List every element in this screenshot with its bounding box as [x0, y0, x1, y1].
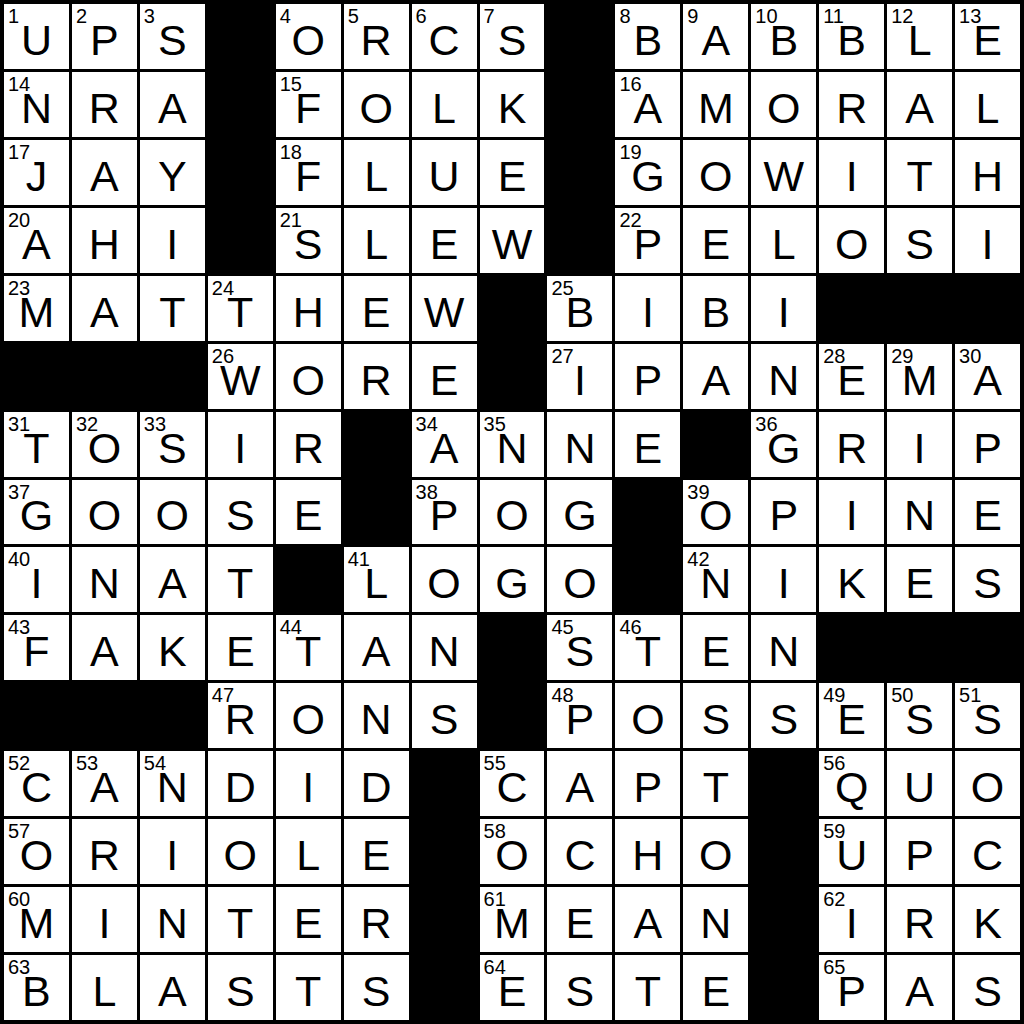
cell-letter: E [344, 834, 409, 877]
cell-r9c7[interactable]: O [412, 547, 477, 612]
cell-r10c2[interactable]: A [72, 615, 137, 680]
cell-r4c14[interactable]: S [887, 208, 952, 273]
cell-r9c1[interactable]: 40I [4, 547, 69, 612]
cell-r12c4[interactable]: D [208, 751, 273, 816]
cell-letter: O [683, 155, 748, 198]
cell-r13c9[interactable]: C [547, 819, 612, 884]
cell-letter: E [955, 494, 1020, 537]
cell-letter: P [955, 427, 1020, 470]
cell-letter: R [344, 19, 409, 62]
cell-letter: A [72, 291, 137, 334]
cell-letter: C [955, 834, 1020, 877]
cell-r15c14[interactable]: A [887, 955, 952, 1020]
cell-r9c2[interactable]: N [72, 547, 137, 612]
cell-letter: T [140, 291, 205, 334]
cell-r5c3[interactable]: T [140, 276, 205, 341]
cell-r13c4[interactable]: O [208, 819, 273, 884]
cell-r15c4[interactable]: S [208, 955, 273, 1020]
block-cell-r13c12 [751, 819, 816, 884]
block-cell-r12c7 [412, 751, 477, 816]
cell-r7c3[interactable]: 33S [140, 412, 205, 477]
cell-r2c11[interactable]: M [683, 72, 748, 137]
block-cell-r4c9 [547, 208, 612, 273]
cell-letter: S [955, 562, 1020, 605]
cell-r9c3[interactable]: A [140, 547, 205, 612]
cell-r11c5[interactable]: O [276, 683, 341, 748]
cell-r5c12[interactable]: I [751, 276, 816, 341]
cell-r5c6[interactable]: E [344, 276, 409, 341]
cell-letter: U [819, 834, 884, 877]
cell-r13c14[interactable]: P [887, 819, 952, 884]
cell-r15c6[interactable]: S [344, 955, 409, 1020]
cell-r5c5[interactable]: H [276, 276, 341, 341]
cell-r10c3[interactable]: K [140, 615, 205, 680]
cell-r1c14[interactable]: 12L [887, 4, 952, 69]
block-cell-r3c4 [208, 140, 273, 205]
cell-r13c3[interactable]: I [140, 819, 205, 884]
cell-letter: S [344, 970, 409, 1013]
cell-letter: P [615, 223, 680, 266]
cell-letter: A [72, 766, 137, 809]
cell-letter: E [344, 291, 409, 334]
cell-letter: M [4, 291, 69, 334]
cell-letter: N [751, 630, 816, 673]
cell-r7c9[interactable]: N [547, 412, 612, 477]
cell-letter: E [412, 359, 477, 402]
cell-letter: T [276, 630, 341, 673]
cell-letter: K [480, 87, 545, 130]
cell-letter: A [72, 155, 137, 198]
cell-letter: P [887, 834, 952, 877]
cell-letter: D [208, 766, 273, 809]
cell-letter: L [276, 834, 341, 877]
cell-letter: K [955, 902, 1020, 945]
cell-letter: W [480, 223, 545, 266]
cell-r1c5[interactable]: 4O [276, 4, 341, 69]
cell-r9c12[interactable]: I [751, 547, 816, 612]
cell-r7c14[interactable]: I [887, 412, 952, 477]
cell-r2c5[interactable]: 15F [276, 72, 341, 137]
cell-r10c5[interactable]: 44T [276, 615, 341, 680]
cell-letter: A [615, 902, 680, 945]
block-cell-r11c8 [480, 683, 545, 748]
cell-r8c4[interactable]: S [208, 480, 273, 545]
cell-letter: I [140, 223, 205, 266]
cell-r3c10[interactable]: 19G [615, 140, 680, 205]
cell-r3c6[interactable]: L [344, 140, 409, 205]
cell-r6c10[interactable]: P [615, 344, 680, 409]
cell-r13c2[interactable]: R [72, 819, 137, 884]
block-cell-r14c7 [412, 887, 477, 952]
cell-r1c8[interactable]: 7S [480, 4, 545, 69]
cell-r8c7[interactable]: 38P [412, 480, 477, 545]
cell-r13c6[interactable]: E [344, 819, 409, 884]
cell-r11c4[interactable]: 47R [208, 683, 273, 748]
cell-r1c7[interactable]: 6C [412, 4, 477, 69]
cell-r9c13[interactable]: K [819, 547, 884, 612]
cell-r12c5[interactable]: I [276, 751, 341, 816]
cell-r5c11[interactable]: B [683, 276, 748, 341]
cell-r1c6[interactable]: 5R [344, 4, 409, 69]
cell-letter: L [344, 562, 409, 605]
cell-letter: N [4, 87, 69, 130]
cell-r13c5[interactable]: L [276, 819, 341, 884]
cell-r9c8[interactable]: G [480, 547, 545, 612]
cell-letter: H [615, 834, 680, 877]
cell-r8c12[interactable]: P [751, 480, 816, 545]
cell-letter: N [140, 902, 205, 945]
cell-r14c15[interactable]: K [955, 887, 1020, 952]
cell-r13c8[interactable]: 58O [480, 819, 545, 884]
cell-r3c3[interactable]: Y [140, 140, 205, 205]
cell-r8c5[interactable]: E [276, 480, 341, 545]
cell-letter: A [140, 562, 205, 605]
cell-r10c10[interactable]: 46T [615, 615, 680, 680]
cell-r6c4[interactable]: 26W [208, 344, 273, 409]
cell-r2c13[interactable]: R [819, 72, 884, 137]
cell-r3c1[interactable]: 17J [4, 140, 69, 205]
cell-letter: P [72, 19, 137, 62]
cell-r14c14[interactable]: R [887, 887, 952, 952]
cell-r12c10[interactable]: P [615, 751, 680, 816]
cell-r10c1[interactable]: 43F [4, 615, 69, 680]
cell-r11c9[interactable]: 48P [547, 683, 612, 748]
cell-letter: N [412, 630, 477, 673]
cell-r6c15[interactable]: 30A [955, 344, 1020, 409]
cell-r2c3[interactable]: A [140, 72, 205, 137]
cell-r14c13[interactable]: 62I [819, 887, 884, 952]
cell-r3c15[interactable]: H [955, 140, 1020, 205]
cell-letter: R [344, 902, 409, 945]
cell-r5c1[interactable]: 23M [4, 276, 69, 341]
cell-letter: E [547, 902, 612, 945]
cell-r11c15[interactable]: 51S [955, 683, 1020, 748]
cell-r10c7[interactable]: N [412, 615, 477, 680]
cell-r4c11[interactable]: E [683, 208, 748, 273]
cell-letter: P [615, 359, 680, 402]
cell-r14c11[interactable]: N [683, 887, 748, 952]
cell-letter: N [480, 427, 545, 470]
cell-r15c2[interactable]: L [72, 955, 137, 1020]
cell-r14c5[interactable]: E [276, 887, 341, 952]
cell-letter: C [412, 19, 477, 62]
cell-letter: W [208, 359, 273, 402]
block-cell-r9c5 [276, 547, 341, 612]
cell-letter: A [887, 970, 952, 1013]
cell-r7c10[interactable]: E [615, 412, 680, 477]
cell-r15c8[interactable]: 64E [480, 955, 545, 1020]
cell-letter: C [547, 834, 612, 877]
block-cell-r2c4 [208, 72, 273, 137]
cell-r3c12[interactable]: W [751, 140, 816, 205]
cell-letter: P [547, 698, 612, 741]
cell-letter: G [547, 494, 612, 537]
cell-letter: E [683, 970, 748, 1013]
cell-r13c11[interactable]: O [683, 819, 748, 884]
cell-r6c9[interactable]: 27I [547, 344, 612, 409]
cell-r8c15[interactable]: E [955, 480, 1020, 545]
cell-r4c15[interactable]: I [955, 208, 1020, 273]
cell-letter: G [615, 155, 680, 198]
cell-r1c11[interactable]: 9A [683, 4, 748, 69]
cell-r5c2[interactable]: A [72, 276, 137, 341]
cell-r14c2[interactable]: I [72, 887, 137, 952]
cell-letter: E [208, 630, 273, 673]
cell-letter: P [412, 494, 477, 537]
cell-letter: T [208, 291, 273, 334]
cell-r13c13[interactable]: 59U [819, 819, 884, 884]
cell-letter: B [615, 19, 680, 62]
cell-letter: R [344, 359, 409, 402]
cell-letter: J [4, 155, 69, 198]
cell-r6c11[interactable]: A [683, 344, 748, 409]
block-cell-r11c1 [4, 683, 69, 748]
cell-r9c15[interactable]: S [955, 547, 1020, 612]
cell-r1c1[interactable]: 1U [4, 4, 69, 69]
cell-r12c15[interactable]: O [955, 751, 1020, 816]
cell-r7c5[interactable]: R [276, 412, 341, 477]
cell-letter: Q [819, 766, 884, 809]
cell-r1c13[interactable]: 11B [819, 4, 884, 69]
cell-r1c12[interactable]: 10B [751, 4, 816, 69]
cell-letter: O [344, 87, 409, 130]
cell-r15c3[interactable]: A [140, 955, 205, 1020]
cell-r15c5[interactable]: T [276, 955, 341, 1020]
cell-r2c2[interactable]: R [72, 72, 137, 137]
cell-r10c11[interactable]: E [683, 615, 748, 680]
cell-r9c9[interactable]: O [547, 547, 612, 612]
cell-letter: E [615, 427, 680, 470]
cell-r11c14[interactable]: 50S [887, 683, 952, 748]
cell-letter: B [819, 19, 884, 62]
cell-letter: E [276, 902, 341, 945]
cell-r10c4[interactable]: E [208, 615, 273, 680]
block-cell-r13c7 [412, 819, 477, 884]
cell-r12c6[interactable]: D [344, 751, 409, 816]
cell-r12c11[interactable]: T [683, 751, 748, 816]
cell-r4c7[interactable]: E [412, 208, 477, 273]
cell-r3c13[interactable]: I [819, 140, 884, 205]
cell-letter: H [276, 291, 341, 334]
cell-letter: S [955, 970, 1020, 1013]
cell-r3c8[interactable]: E [480, 140, 545, 205]
crossword-board: 1U2P3S4O5R6C7S8B9A10B11B12L13E14NRA15FOL… [0, 0, 1024, 1024]
cell-r15c15[interactable]: S [955, 955, 1020, 1020]
cell-r4c12[interactable]: L [751, 208, 816, 273]
cell-r9c11[interactable]: 42N [683, 547, 748, 612]
cell-r6c12[interactable]: N [751, 344, 816, 409]
cell-r10c9[interactable]: 45S [547, 615, 612, 680]
cell-r14c4[interactable]: T [208, 887, 273, 952]
cell-r4c8[interactable]: W [480, 208, 545, 273]
cell-r11c13[interactable]: 49E [819, 683, 884, 748]
cell-r7c4[interactable]: I [208, 412, 273, 477]
block-cell-r8c6 [344, 480, 409, 545]
block-cell-r11c2 [72, 683, 137, 748]
cell-r12c8[interactable]: 55C [480, 751, 545, 816]
cell-r2c6[interactable]: O [344, 72, 409, 137]
cell-letter: R [887, 902, 952, 945]
cell-r9c14[interactable]: E [887, 547, 952, 612]
cell-letter: L [344, 223, 409, 266]
cell-r15c13[interactable]: 65P [819, 955, 884, 1020]
cell-letter: E [683, 223, 748, 266]
cell-r2c15[interactable]: L [955, 72, 1020, 137]
cell-r13c15[interactable]: C [955, 819, 1020, 884]
cell-letter: F [276, 155, 341, 198]
cell-r7c12[interactable]: 36G [751, 412, 816, 477]
cell-r4c5[interactable]: 21S [276, 208, 341, 273]
cell-r3c11[interactable]: O [683, 140, 748, 205]
cell-letter: N [683, 562, 748, 605]
cell-r1c3[interactable]: 3S [140, 4, 205, 69]
cell-letter: S [140, 427, 205, 470]
cell-letter: W [412, 291, 477, 334]
cell-r7c7[interactable]: 34A [412, 412, 477, 477]
cell-letter: I [819, 494, 884, 537]
cell-r12c3[interactable]: 54N [140, 751, 205, 816]
cell-letter: O [72, 494, 137, 537]
cell-r7c15[interactable]: P [955, 412, 1020, 477]
cell-letter: R [819, 427, 884, 470]
cell-r5c4[interactable]: 24T [208, 276, 273, 341]
cell-r12c2[interactable]: 53A [72, 751, 137, 816]
block-cell-r10c15 [955, 615, 1020, 680]
cell-r14c3[interactable]: N [140, 887, 205, 952]
cell-r10c6[interactable]: A [344, 615, 409, 680]
cell-letter: O [276, 698, 341, 741]
cell-letter: L [344, 155, 409, 198]
cell-r12c13[interactable]: 56Q [819, 751, 884, 816]
cell-r8c11[interactable]: 39O [683, 480, 748, 545]
cell-r12c1[interactable]: 52C [4, 751, 69, 816]
cell-r5c9[interactable]: 25B [547, 276, 612, 341]
cell-r2c12[interactable]: O [751, 72, 816, 137]
cell-r10c12[interactable]: N [751, 615, 816, 680]
cell-r3c7[interactable]: U [412, 140, 477, 205]
cell-r3c14[interactable]: T [887, 140, 952, 205]
cell-letter: O [480, 494, 545, 537]
cell-r1c10[interactable]: 8B [615, 4, 680, 69]
cell-letter: O [480, 834, 545, 877]
cell-r2c1[interactable]: 14N [4, 72, 69, 137]
cell-r15c9[interactable]: S [547, 955, 612, 1020]
cell-r4c2[interactable]: H [72, 208, 137, 273]
cell-r6c7[interactable]: E [412, 344, 477, 409]
cell-r6c5[interactable]: O [276, 344, 341, 409]
cell-r2c8[interactable]: K [480, 72, 545, 137]
cell-letter: L [72, 970, 137, 1013]
cell-letter: I [751, 562, 816, 605]
cell-letter: C [4, 766, 69, 809]
cell-r8c9[interactable]: G [547, 480, 612, 545]
cell-r8c3[interactable]: O [140, 480, 205, 545]
cell-letter: I [208, 427, 273, 470]
cell-r6c13[interactable]: 28E [819, 344, 884, 409]
cell-r14c1[interactable]: 60M [4, 887, 69, 952]
cell-r6c14[interactable]: 29M [887, 344, 952, 409]
cell-r7c1[interactable]: 31T [4, 412, 69, 477]
cell-r8c8[interactable]: O [480, 480, 545, 545]
cell-letter: R [72, 834, 137, 877]
cell-r11c6[interactable]: N [344, 683, 409, 748]
cell-r11c7[interactable]: S [412, 683, 477, 748]
cell-r8c14[interactable]: N [887, 480, 952, 545]
cell-r2c10[interactable]: 16A [615, 72, 680, 137]
cell-letter: S [140, 19, 205, 62]
cell-r3c5[interactable]: 18F [276, 140, 341, 205]
cell-r2c14[interactable]: A [887, 72, 952, 137]
cell-letter: I [751, 291, 816, 334]
cell-letter: C [480, 766, 545, 809]
cell-r9c6[interactable]: 41L [344, 547, 409, 612]
cell-r4c3[interactable]: I [140, 208, 205, 273]
cell-letter: S [751, 698, 816, 741]
cell-letter: I [4, 562, 69, 605]
cell-r13c1[interactable]: 57O [4, 819, 69, 884]
block-cell-r7c11 [683, 412, 748, 477]
cell-r14c10[interactable]: A [615, 887, 680, 952]
cell-letter: S [547, 630, 612, 673]
cell-r11c10[interactable]: O [615, 683, 680, 748]
cell-r7c2[interactable]: 32O [72, 412, 137, 477]
cell-letter: A [615, 87, 680, 130]
cell-r6c6[interactable]: R [344, 344, 409, 409]
cell-r5c10[interactable]: I [615, 276, 680, 341]
cell-r13c10[interactable]: H [615, 819, 680, 884]
cell-letter: S [955, 698, 1020, 741]
cell-letter: W [751, 155, 816, 198]
cell-r12c14[interactable]: U [887, 751, 952, 816]
cell-letter: A [412, 427, 477, 470]
cell-r4c6[interactable]: L [344, 208, 409, 273]
cell-r8c13[interactable]: I [819, 480, 884, 545]
cell-r14c8[interactable]: 61M [480, 887, 545, 952]
cell-letter: H [72, 223, 137, 266]
cell-r8c1[interactable]: 37G [4, 480, 69, 545]
cell-r12c9[interactable]: A [547, 751, 612, 816]
block-cell-r6c8 [480, 344, 545, 409]
cell-r11c12[interactable]: S [751, 683, 816, 748]
cell-r3c2[interactable]: A [72, 140, 137, 205]
cell-r14c6[interactable]: R [344, 887, 409, 952]
cell-letter: M [480, 902, 545, 945]
cell-r14c9[interactable]: E [547, 887, 612, 952]
cell-r4c10[interactable]: 22P [615, 208, 680, 273]
cell-r15c10[interactable]: T [615, 955, 680, 1020]
cell-letter: O [4, 834, 69, 877]
cell-letter: N [547, 427, 612, 470]
cell-r4c1[interactable]: 20A [4, 208, 69, 273]
cell-r1c2[interactable]: 2P [72, 4, 137, 69]
cell-r4c13[interactable]: O [819, 208, 884, 273]
cell-r1c15[interactable]: 13E [955, 4, 1020, 69]
cell-r5c7[interactable]: W [412, 276, 477, 341]
cell-r8c2[interactable]: O [72, 480, 137, 545]
cell-letter: O [683, 834, 748, 877]
cell-letter: L [751, 223, 816, 266]
cell-r9c4[interactable]: T [208, 547, 273, 612]
cell-r7c13[interactable]: R [819, 412, 884, 477]
cell-letter: S [412, 698, 477, 741]
cell-r15c11[interactable]: E [683, 955, 748, 1020]
cell-r11c11[interactable]: S [683, 683, 748, 748]
cell-letter: I [615, 291, 680, 334]
cell-r15c1[interactable]: 63B [4, 955, 69, 1020]
cell-r2c7[interactable]: L [412, 72, 477, 137]
cell-letter: O [751, 87, 816, 130]
cell-r7c8[interactable]: 35N [480, 412, 545, 477]
